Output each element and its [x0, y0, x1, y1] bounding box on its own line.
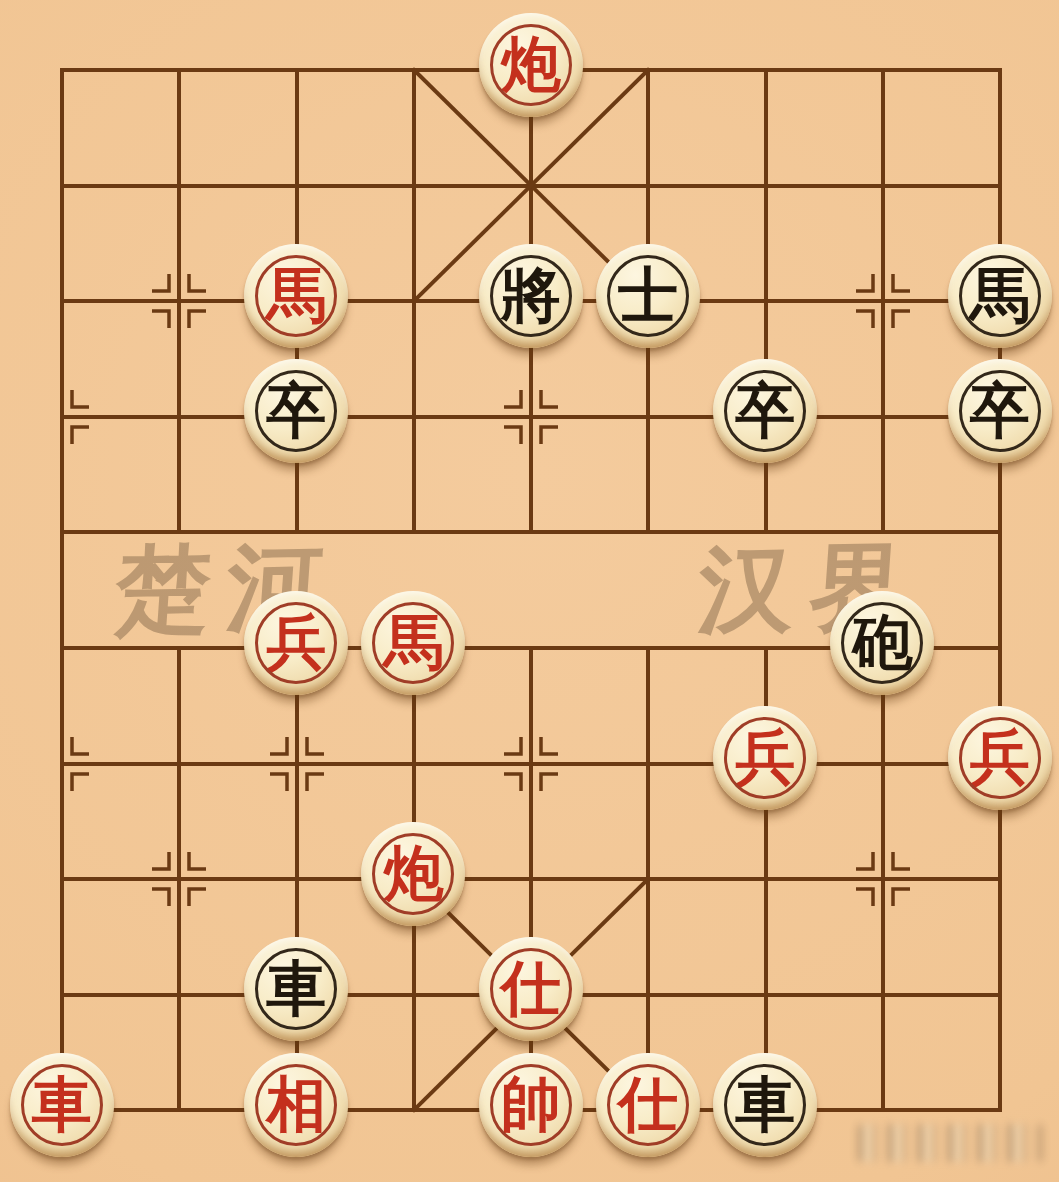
intersection-f1r10[interactable]: 車: [3, 1052, 120, 1168]
piece-ring: [21, 1064, 103, 1146]
piece-red-soldier[interactable]: 兵: [713, 706, 817, 810]
intersection-f1r3[interactable]: [3, 243, 120, 359]
piece-black-soldier[interactable]: 卒: [713, 359, 817, 463]
intersection-f5r1[interactable]: 炮: [472, 12, 589, 128]
intersection-f9r6[interactable]: [941, 590, 1058, 706]
piece-red-horse[interactable]: 馬: [361, 591, 465, 695]
intersection-f9r5[interactable]: [941, 474, 1058, 590]
piece-ring: [607, 255, 689, 337]
intersection-f1r1[interactable]: [3, 12, 120, 128]
intersection-f8r1[interactable]: [824, 12, 941, 128]
intersection-f9r3[interactable]: 馬: [941, 243, 1058, 359]
intersection-f6r10[interactable]: 仕: [589, 1052, 706, 1168]
intersection-f2r3[interactable]: [120, 243, 237, 359]
intersection-f8r3[interactable]: [824, 243, 941, 359]
intersection-f2r7[interactable]: [120, 705, 237, 821]
piece-ring: [959, 717, 1041, 799]
intersection-f1r9[interactable]: [3, 936, 120, 1052]
intersection-f1r2[interactable]: [3, 128, 120, 244]
intersection-f1r6[interactable]: [3, 590, 120, 706]
piece-red-advisor[interactable]: 仕: [596, 1053, 700, 1157]
piece-black-soldier[interactable]: 卒: [948, 359, 1052, 463]
intersection-f9r1[interactable]: [941, 12, 1058, 128]
intersection-f8r5[interactable]: [824, 474, 941, 590]
intersection-f4r5[interactable]: [355, 474, 472, 590]
piece-red-cannon[interactable]: 炮: [361, 822, 465, 926]
intersection-f2r9[interactable]: [120, 936, 237, 1052]
piece-red-soldier[interactable]: 兵: [948, 706, 1052, 810]
intersection-f8r2[interactable]: [824, 128, 941, 244]
piece-ring: [255, 948, 337, 1030]
intersection-f1r7[interactable]: [3, 705, 120, 821]
intersection-f8r9[interactable]: [824, 936, 941, 1052]
piece-ring: [724, 370, 806, 452]
intersection-f7r3[interactable]: [707, 243, 824, 359]
piece-ring: [959, 255, 1041, 337]
piece-red-horse[interactable]: 馬: [244, 244, 348, 348]
piece-red-advisor[interactable]: 仕: [479, 937, 583, 1041]
intersection-f8r4[interactable]: [824, 359, 941, 475]
intersection-f9r7[interactable]: 兵: [941, 705, 1058, 821]
intersection-f7r6[interactable]: [707, 590, 824, 706]
piece-black-chariot[interactable]: 車: [713, 1053, 817, 1157]
piece-ring: [490, 255, 572, 337]
intersection-f9r8[interactable]: [941, 821, 1058, 937]
intersection-f5r3[interactable]: 將: [472, 243, 589, 359]
intersection-f5r7[interactable]: [472, 705, 589, 821]
intersection-f8r7[interactable]: [824, 705, 941, 821]
intersection-f7r9[interactable]: [707, 936, 824, 1052]
intersection-f7r7[interactable]: 兵: [707, 705, 824, 821]
intersection-f3r5[interactable]: [238, 474, 355, 590]
intersection-f2r10[interactable]: [120, 1052, 237, 1168]
piece-red-elephant[interactable]: 相: [244, 1053, 348, 1157]
intersection-f1r4[interactable]: [3, 359, 120, 475]
piece-black-cannon[interactable]: 砲: [830, 591, 934, 695]
piece-ring: [724, 1064, 806, 1146]
intersection-f3r2[interactable]: [238, 128, 355, 244]
intersection-f2r6[interactable]: [120, 590, 237, 706]
intersection-f5r4[interactable]: [472, 359, 589, 475]
piece-ring: [490, 948, 572, 1030]
piece-ring: [255, 1064, 337, 1146]
xiangqi-board: 楚河 汉界 炮馬將士馬卒卒卒兵馬砲兵兵炮車仕車相帥仕車: [0, 0, 1059, 1182]
piece-red-general[interactable]: 帥: [479, 1053, 583, 1157]
intersection-f7r2[interactable]: [707, 128, 824, 244]
intersection-f7r4[interactable]: 卒: [707, 359, 824, 475]
piece-red-soldier[interactable]: 兵: [244, 591, 348, 695]
intersection-f7r5[interactable]: [707, 474, 824, 590]
piece-ring: [959, 370, 1041, 452]
piece-red-cannon[interactable]: 炮: [479, 13, 583, 117]
intersection-f3r7[interactable]: [238, 705, 355, 821]
intersection-f2r1[interactable]: [120, 12, 237, 128]
intersection-f5r5[interactable]: [472, 474, 589, 590]
intersection-f3r3[interactable]: 馬: [238, 243, 355, 359]
intersection-f3r6[interactable]: 兵: [238, 590, 355, 706]
intersection-f4r8[interactable]: 炮: [355, 821, 472, 937]
intersection-f2r4[interactable]: [120, 359, 237, 475]
intersection-f6r6[interactable]: [589, 590, 706, 706]
intersection-f6r4[interactable]: [589, 359, 706, 475]
intersection-f6r7[interactable]: [589, 705, 706, 821]
piece-ring: [490, 1064, 572, 1146]
intersection-f6r8[interactable]: [589, 821, 706, 937]
piece-black-advisor[interactable]: 士: [596, 244, 700, 348]
piece-ring: [372, 833, 454, 915]
piece-black-horse[interactable]: 馬: [948, 244, 1052, 348]
intersection-f3r10[interactable]: 相: [238, 1052, 355, 1168]
intersection-f4r3[interactable]: [355, 243, 472, 359]
intersection-f5r8[interactable]: [472, 821, 589, 937]
intersection-f5r9[interactable]: 仕: [472, 936, 589, 1052]
intersection-f2r2[interactable]: [120, 128, 237, 244]
intersection-f4r7[interactable]: [355, 705, 472, 821]
piece-red-chariot[interactable]: 車: [10, 1053, 114, 1157]
intersection-f3r8[interactable]: [238, 821, 355, 937]
piece-ring: [841, 602, 923, 684]
piece-ring: [255, 602, 337, 684]
intersection-f1r8[interactable]: [3, 821, 120, 937]
intersection-f6r9[interactable]: [589, 936, 706, 1052]
intersection-f2r8[interactable]: [120, 821, 237, 937]
piece-ring: [255, 255, 337, 337]
intersection-f3r1[interactable]: [238, 12, 355, 128]
watermark: [858, 1124, 1042, 1162]
intersection-f4r2[interactable]: [355, 128, 472, 244]
piece-ring: [607, 1064, 689, 1146]
piece-black-soldier[interactable]: 卒: [244, 359, 348, 463]
intersection-f9r9[interactable]: [941, 936, 1058, 1052]
intersection-f7r8[interactable]: [707, 821, 824, 937]
piece-black-chariot[interactable]: 車: [244, 937, 348, 1041]
intersection-f4r1[interactable]: [355, 12, 472, 128]
intersection-f9r2[interactable]: [941, 128, 1058, 244]
intersections-grid: 炮馬將士馬卒卒卒兵馬砲兵兵炮車仕車相帥仕車: [3, 12, 1058, 1167]
piece-ring: [490, 24, 572, 106]
intersection-f5r6[interactable]: [472, 590, 589, 706]
intersection-f5r2[interactable]: [472, 128, 589, 244]
intersection-f9r4[interactable]: 卒: [941, 359, 1058, 475]
intersection-f4r6[interactable]: 馬: [355, 590, 472, 706]
piece-black-general[interactable]: 將: [479, 244, 583, 348]
intersection-f6r2[interactable]: [589, 128, 706, 244]
intersection-f7r10[interactable]: 車: [707, 1052, 824, 1168]
intersection-f2r5[interactable]: [120, 474, 237, 590]
intersection-f8r6[interactable]: 砲: [824, 590, 941, 706]
intersection-f1r5[interactable]: [3, 474, 120, 590]
intersection-f4r10[interactable]: [355, 1052, 472, 1168]
intersection-f5r10[interactable]: 帥: [472, 1052, 589, 1168]
intersection-f7r1[interactable]: [707, 12, 824, 128]
intersection-f3r9[interactable]: 車: [238, 936, 355, 1052]
intersection-f4r4[interactable]: [355, 359, 472, 475]
piece-ring: [255, 370, 337, 452]
intersection-f6r1[interactable]: [589, 12, 706, 128]
piece-ring: [724, 717, 806, 799]
intersection-f3r4[interactable]: 卒: [238, 359, 355, 475]
intersection-f4r9[interactable]: [355, 936, 472, 1052]
intersection-f6r3[interactable]: 士: [589, 243, 706, 359]
intersection-f8r8[interactable]: [824, 821, 941, 937]
intersection-f6r5[interactable]: [589, 474, 706, 590]
piece-ring: [372, 602, 454, 684]
